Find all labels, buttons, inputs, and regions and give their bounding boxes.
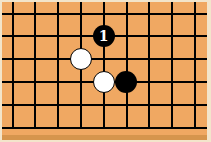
black-stone-move-1: 1: [93, 25, 115, 47]
white-stone: [93, 71, 115, 93]
stones-grid: 1: [2, 2, 206, 139]
white-stone: [70, 48, 92, 70]
move-number-label: 1: [99, 29, 109, 43]
black-stone: [115, 71, 137, 93]
go-diagram-frame: 1: [0, 0, 211, 142]
go-board: 1: [2, 2, 207, 140]
